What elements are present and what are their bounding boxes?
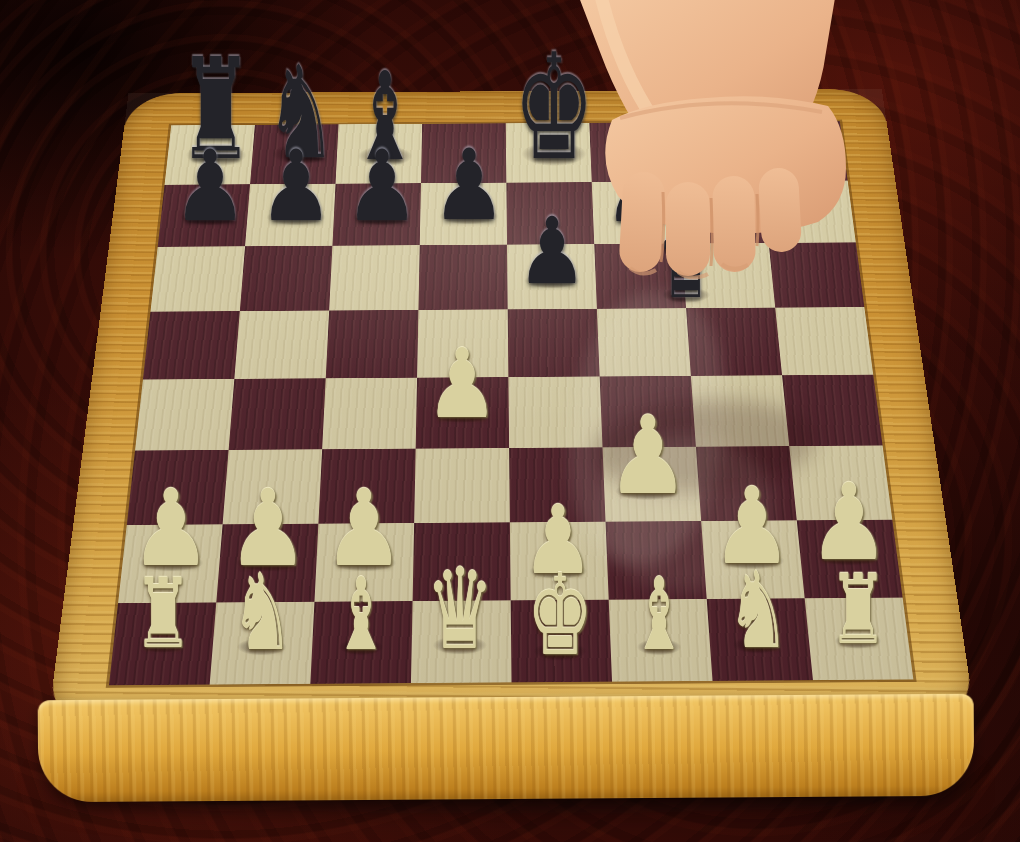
piece-black-pawn-b7[interactable]: ♟ <box>252 137 340 235</box>
pawn-glyph: ♟ <box>517 206 587 298</box>
square-e5[interactable] <box>508 309 600 377</box>
square-d6[interactable] <box>418 245 507 310</box>
square-h4[interactable] <box>782 375 882 446</box>
piece-black-pawn-d7[interactable]: ♟ <box>425 136 513 234</box>
rook-glyph: ♜ <box>134 566 193 662</box>
board-front-edge <box>38 694 975 803</box>
square-a4[interactable] <box>135 379 234 451</box>
pawn-glyph: ♟ <box>259 137 334 235</box>
square-a6[interactable] <box>150 246 245 311</box>
piece-black-pawn-a7[interactable]: ♟ <box>166 137 254 235</box>
king-glyph: ♚ <box>527 559 593 671</box>
square-c6[interactable] <box>329 245 420 310</box>
piece-white-queen-d1[interactable]: ♛ <box>410 553 510 665</box>
chess-scene: ♞♚♜♝♟♟♟♟♟♟♟♛♟♟♟♟♟♟♟♟♜♜♛♞♞♝♝♚ <box>0 0 1020 842</box>
queen-glyph: ♛ <box>426 553 494 665</box>
square-c4[interactable] <box>322 378 417 450</box>
knight-glyph: ♞ <box>727 558 790 664</box>
piece-white-pawn-d4[interactable]: ♟ <box>419 336 505 432</box>
piece-white-pawn-f3[interactable]: ♟ <box>600 402 697 510</box>
rook-glyph: ♜ <box>829 562 888 658</box>
square-g4[interactable] <box>691 375 789 446</box>
piece-white-king-e1[interactable]: ♚ <box>510 559 610 671</box>
square-h7[interactable] <box>762 181 855 243</box>
piece-white-knight-g1[interactable]: ♞ <box>710 558 805 664</box>
square-b5[interactable] <box>234 311 329 379</box>
held-piece-black-queen[interactable]: ♛ <box>643 216 729 312</box>
piece-white-bishop-c1[interactable]: ♝ <box>316 565 406 665</box>
square-b4[interactable] <box>229 378 326 450</box>
piece-white-knight-b1[interactable]: ♞ <box>214 560 309 666</box>
square-c5[interactable] <box>326 310 419 378</box>
pawn-glyph: ♟ <box>173 137 248 235</box>
square-d3[interactable] <box>414 448 510 523</box>
knight-glyph: ♞ <box>231 560 294 666</box>
pawn-glyph: ♟ <box>345 137 420 235</box>
piece-white-bishop-f1[interactable]: ♝ <box>614 565 704 665</box>
pawn-glyph: ♟ <box>425 336 498 432</box>
pawn-glyph: ♟ <box>432 136 507 234</box>
bishop-glyph: ♝ <box>333 565 389 665</box>
piece-black-pawn-e6[interactable]: ♟ <box>511 206 593 298</box>
square-h5[interactable] <box>775 307 873 375</box>
pawn-glyph: ♟ <box>607 402 689 510</box>
square-h6[interactable] <box>769 242 865 307</box>
square-a5[interactable] <box>143 311 240 379</box>
square-b6[interactable] <box>240 246 333 311</box>
piece-white-rook-h1[interactable]: ♜ <box>815 562 901 658</box>
square-e4[interactable] <box>508 376 602 448</box>
piece-black-pawn-c7[interactable]: ♟ <box>338 137 426 235</box>
bishop-glyph: ♝ <box>631 565 687 665</box>
king-glyph: ♚ <box>513 34 594 180</box>
piece-white-rook-a1[interactable]: ♜ <box>120 566 206 662</box>
queen-glyph: ♛ <box>656 216 716 312</box>
